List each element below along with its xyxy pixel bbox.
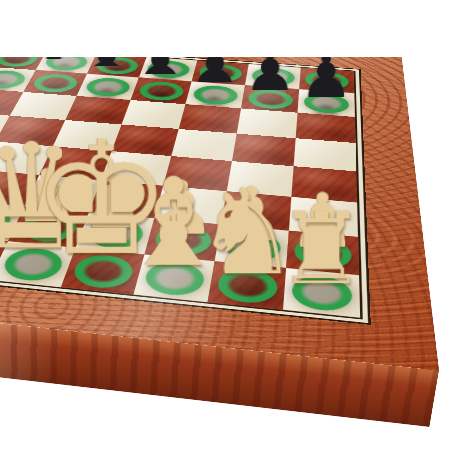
photo-crop-area: ♜♞♝♛♚♝♞♜♟♟♟♟♟♟♟♟♟♟♟♟♟♟♟♟♜♞♝♛♚♝♞♜ xyxy=(0,57,452,452)
board-front-face xyxy=(0,289,439,427)
board-field: ♜♞♝♛♚♝♞♜♟♟♟♟♟♟♟♟♟♟♟♟♟♟♟♟♜♞♝♛♚♝♞♜ xyxy=(0,57,363,319)
square-h5[interactable] xyxy=(294,138,357,171)
square-h1[interactable]: ♜ xyxy=(283,268,360,318)
chess-board: ♜♞♝♛♚♝♞♜♟♟♟♟♟♟♟♟♟♟♟♟♟♟♟♟♜♞♝♛♚♝♞♜ xyxy=(0,57,439,371)
black-pawn-icon[interactable]: ♟ xyxy=(252,57,401,107)
white-rook-icon[interactable]: ♜ xyxy=(222,200,421,300)
square-g5[interactable] xyxy=(232,134,296,167)
photo-scene: ♜♞♝♛♚♝♞♜♟♟♟♟♟♟♟♟♟♟♟♟♟♟♟♟♜♞♝♛♚♝♞♜ xyxy=(0,0,452,452)
